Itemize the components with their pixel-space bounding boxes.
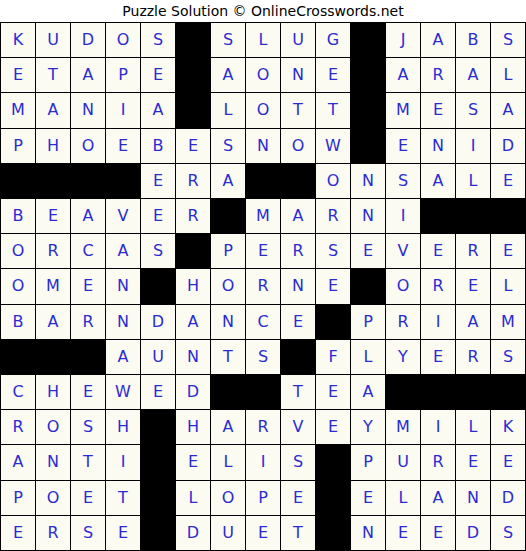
cell-r15c3: S (71, 516, 105, 550)
cell-r15c7: U (211, 516, 245, 550)
cell-r11c10: E (316, 375, 350, 409)
block-r2c11 (351, 58, 385, 92)
cell-r12c1: R (1, 410, 35, 444)
cell-r1c13: A (421, 23, 455, 57)
cell-r2c3: A (71, 58, 105, 92)
cell-r7c10: S (316, 234, 350, 268)
cell-r6c6: R (176, 199, 210, 233)
cell-r2c15: L (491, 58, 525, 92)
cell-r12c7: A (211, 410, 245, 444)
block-r6c7 (211, 199, 245, 233)
cell-r4c14: I (456, 129, 490, 163)
cell-r15c8: E (246, 516, 280, 550)
cell-r2c10: E (316, 58, 350, 92)
cell-r2c14: A (456, 58, 490, 92)
cell-r13c7: L (211, 445, 245, 479)
cell-r9c6: A (176, 305, 210, 339)
cell-r12c14: L (456, 410, 490, 444)
cell-r9c3: R (71, 305, 105, 339)
block-r11c8 (246, 375, 280, 409)
cell-r14c15: D (491, 481, 525, 515)
cell-r5c12: S (386, 164, 420, 198)
cell-r12c9: V (281, 410, 315, 444)
cell-r7c11: E (351, 234, 385, 268)
block-r11c13 (421, 375, 455, 409)
cell-r10c12: Y (386, 340, 420, 374)
cell-r13c8: I (246, 445, 280, 479)
cell-r5c6: R (176, 164, 210, 198)
cell-r1c8: L (246, 23, 280, 57)
cell-r13c13: R (421, 445, 455, 479)
cell-r3c2: A (36, 93, 70, 127)
cell-r15c15: S (491, 516, 525, 550)
cell-r11c6: D (176, 375, 210, 409)
cell-r3c9: T (281, 93, 315, 127)
cell-r3c7: L (211, 93, 245, 127)
cell-r9c7: N (211, 305, 245, 339)
cell-r13c11: P (351, 445, 385, 479)
cell-r4c7: S (211, 129, 245, 163)
cell-r11c3: E (71, 375, 105, 409)
block-r13c10 (316, 445, 350, 479)
cell-r6c4: V (106, 199, 140, 233)
cell-r8c9: N (281, 269, 315, 303)
cell-r1c15: S (491, 23, 525, 57)
cell-r1c10: G (316, 23, 350, 57)
cell-r7c1: O (1, 234, 35, 268)
cell-r10c14: R (456, 340, 490, 374)
block-r15c10 (316, 516, 350, 550)
cell-r15c14: D (456, 516, 490, 550)
block-r13c5 (141, 445, 175, 479)
block-r12c5 (141, 410, 175, 444)
cell-r9c5: D (141, 305, 175, 339)
cell-r9c13: I (421, 305, 455, 339)
cell-r1c7: S (211, 23, 245, 57)
cell-r14c11: E (351, 481, 385, 515)
cell-r14c9: E (281, 481, 315, 515)
cell-r4c15: D (491, 129, 525, 163)
block-r5c8 (246, 164, 280, 198)
cell-r6c10: R (316, 199, 350, 233)
cell-r7c4: A (106, 234, 140, 268)
cell-r1c9: U (281, 23, 315, 57)
cell-r4c5: B (141, 129, 175, 163)
cell-r7c13: E (421, 234, 455, 268)
cell-r8c14: E (456, 269, 490, 303)
cell-r2c7: A (211, 58, 245, 92)
block-r6c13 (421, 199, 455, 233)
cell-r4c3: O (71, 129, 105, 163)
cell-r8c10: E (316, 269, 350, 303)
cell-r9c4: N (106, 305, 140, 339)
cell-r4c4: E (106, 129, 140, 163)
cell-r4c9: O (281, 129, 315, 163)
cell-r4c2: H (36, 129, 70, 163)
cell-r12c12: M (386, 410, 420, 444)
cell-r3c12: M (386, 93, 420, 127)
cell-r5c13: A (421, 164, 455, 198)
block-r10c3 (71, 340, 105, 374)
cell-r6c9: A (281, 199, 315, 233)
cell-r3c4: I (106, 93, 140, 127)
cell-r8c2: M (36, 269, 70, 303)
cell-r6c1: B (1, 199, 35, 233)
block-r10c2 (36, 340, 70, 374)
cell-r12c2: O (36, 410, 70, 444)
cell-r7c8: E (246, 234, 280, 268)
cell-r2c13: R (421, 58, 455, 92)
cell-r9c1: B (1, 305, 35, 339)
cell-r12c8: R (246, 410, 280, 444)
cell-r12c6: H (176, 410, 210, 444)
cell-r9c9: E (281, 305, 315, 339)
cell-r12c10: E (316, 410, 350, 444)
cell-r3c5: A (141, 93, 175, 127)
cell-r3c13: E (421, 93, 455, 127)
cell-r11c4: W (106, 375, 140, 409)
cell-r10c4: A (106, 340, 140, 374)
cell-r2c8: O (246, 58, 280, 92)
cell-r2c1: E (1, 58, 35, 92)
block-r11c15 (491, 375, 525, 409)
cell-r14c6: L (176, 481, 210, 515)
page-title: Puzzle Solution © OnlineCrosswords.net (0, 0, 526, 22)
cell-r6c3: A (71, 199, 105, 233)
cell-r11c5: E (141, 375, 175, 409)
cell-r15c13: E (421, 516, 455, 550)
block-r5c2 (36, 164, 70, 198)
cell-r6c2: E (36, 199, 70, 233)
block-r3c6 (176, 93, 210, 127)
cell-r10c10: F (316, 340, 350, 374)
cell-r14c2: O (36, 481, 70, 515)
cell-r1c1: K (1, 23, 35, 57)
cell-r14c14: N (456, 481, 490, 515)
cell-r8c1: O (1, 269, 35, 303)
block-r11c14 (456, 375, 490, 409)
cell-r14c3: E (71, 481, 105, 515)
cell-r9c8: C (246, 305, 280, 339)
block-r4c11 (351, 129, 385, 163)
cell-r11c1: C (1, 375, 35, 409)
cell-r15c2: R (36, 516, 70, 550)
cell-r14c12: L (386, 481, 420, 515)
block-r10c9 (281, 340, 315, 374)
block-r11c12 (386, 375, 420, 409)
block-r6c15 (491, 199, 525, 233)
cell-r13c12: U (386, 445, 420, 479)
cell-r14c8: P (246, 481, 280, 515)
cell-r10c8: S (246, 340, 280, 374)
cell-r7c15: E (491, 234, 525, 268)
cell-r8c12: O (386, 269, 420, 303)
cell-r2c2: T (36, 58, 70, 92)
cell-r9c15: M (491, 305, 525, 339)
cell-r2c5: E (141, 58, 175, 92)
cell-r14c13: A (421, 481, 455, 515)
cell-r6c5: E (141, 199, 175, 233)
cell-r15c11: N (351, 516, 385, 550)
cell-r7c7: P (211, 234, 245, 268)
block-r10c1 (1, 340, 35, 374)
cell-r8c13: R (421, 269, 455, 303)
cell-r10c13: E (421, 340, 455, 374)
cell-r9c11: P (351, 305, 385, 339)
block-r8c11 (351, 269, 385, 303)
cell-r9c2: A (36, 305, 70, 339)
cell-r11c11: A (351, 375, 385, 409)
block-r14c5 (141, 481, 175, 515)
block-r15c5 (141, 516, 175, 550)
cell-r5c14: L (456, 164, 490, 198)
cell-r4c6: E (176, 129, 210, 163)
cell-r12c4: H (106, 410, 140, 444)
cell-r15c6: D (176, 516, 210, 550)
cell-r3c8: O (246, 93, 280, 127)
cell-r4c8: N (246, 129, 280, 163)
cell-r3c3: N (71, 93, 105, 127)
block-r6c14 (456, 199, 490, 233)
cell-r11c2: H (36, 375, 70, 409)
block-r9c10 (316, 305, 350, 339)
cell-r1c3: D (71, 23, 105, 57)
cell-r14c1: P (1, 481, 35, 515)
cell-r1c5: S (141, 23, 175, 57)
cell-r6c8: M (246, 199, 280, 233)
cell-r1c12: J (386, 23, 420, 57)
block-r5c3 (71, 164, 105, 198)
cell-r13c14: E (456, 445, 490, 479)
cell-r7c2: R (36, 234, 70, 268)
block-r1c6 (176, 23, 210, 57)
cell-r12c13: I (421, 410, 455, 444)
cell-r10c7: T (211, 340, 245, 374)
cell-r9c12: R (386, 305, 420, 339)
cell-r3c14: S (456, 93, 490, 127)
cell-r4c12: E (386, 129, 420, 163)
cell-r7c9: R (281, 234, 315, 268)
cell-r3c10: T (316, 93, 350, 127)
cell-r5c10: O (316, 164, 350, 198)
cell-r7c3: C (71, 234, 105, 268)
cell-r5c5: E (141, 164, 175, 198)
cell-r7c12: V (386, 234, 420, 268)
cell-r13c2: N (36, 445, 70, 479)
cell-r13c9: S (281, 445, 315, 479)
cell-r5c7: A (211, 164, 245, 198)
cell-r5c11: N (351, 164, 385, 198)
block-r8c5 (141, 269, 175, 303)
cell-r13c1: A (1, 445, 35, 479)
cell-r11c9: T (281, 375, 315, 409)
cell-r1c2: U (36, 23, 70, 57)
cell-r12c11: Y (351, 410, 385, 444)
block-r7c6 (176, 234, 210, 268)
cell-r13c4: I (106, 445, 140, 479)
block-r14c10 (316, 481, 350, 515)
block-r2c6 (176, 58, 210, 92)
cell-r10c6: N (176, 340, 210, 374)
cell-r8c3: E (71, 269, 105, 303)
cell-r4c1: P (1, 129, 35, 163)
cell-r15c12: E (386, 516, 420, 550)
cell-r12c15: K (491, 410, 525, 444)
cell-r14c7: O (211, 481, 245, 515)
cell-r1c14: B (456, 23, 490, 57)
cell-r10c15: S (491, 340, 525, 374)
cell-r2c4: P (106, 58, 140, 92)
cell-r14c4: T (106, 481, 140, 515)
cell-r8c7: O (211, 269, 245, 303)
cell-r15c1: E (1, 516, 35, 550)
cell-r7c5: S (141, 234, 175, 268)
cell-r5c15: E (491, 164, 525, 198)
cell-r8c8: R (246, 269, 280, 303)
cell-r10c5: U (141, 340, 175, 374)
cell-r10c11: L (351, 340, 385, 374)
cell-r13c3: T (71, 445, 105, 479)
crossword-grid: KUDOSSLUGJABSETAPEAONEARALMANIALOTTMESAP… (0, 22, 526, 551)
cell-r8c15: L (491, 269, 525, 303)
cell-r6c11: N (351, 199, 385, 233)
cell-r8c6: H (176, 269, 210, 303)
cell-r1c4: O (106, 23, 140, 57)
cell-r6c12: I (386, 199, 420, 233)
cell-r9c14: A (456, 305, 490, 339)
cell-r8c4: N (106, 269, 140, 303)
cell-r3c15: A (491, 93, 525, 127)
block-r11c7 (211, 375, 245, 409)
block-r1c11 (351, 23, 385, 57)
cell-r15c9: T (281, 516, 315, 550)
block-r3c11 (351, 93, 385, 127)
block-r5c1 (1, 164, 35, 198)
puzzle-solution-page: Puzzle Solution © OnlineCrosswords.net K… (0, 0, 526, 551)
cell-r4c13: N (421, 129, 455, 163)
cell-r12c3: S (71, 410, 105, 444)
cell-r13c15: E (491, 445, 525, 479)
cell-r3c1: M (1, 93, 35, 127)
cell-r2c12: A (386, 58, 420, 92)
cell-r13c6: E (176, 445, 210, 479)
cell-r7c14: R (456, 234, 490, 268)
cell-r2c9: N (281, 58, 315, 92)
cell-r4c10: W (316, 129, 350, 163)
block-r5c4 (106, 164, 140, 198)
cell-r15c4: E (106, 516, 140, 550)
block-r5c9 (281, 164, 315, 198)
